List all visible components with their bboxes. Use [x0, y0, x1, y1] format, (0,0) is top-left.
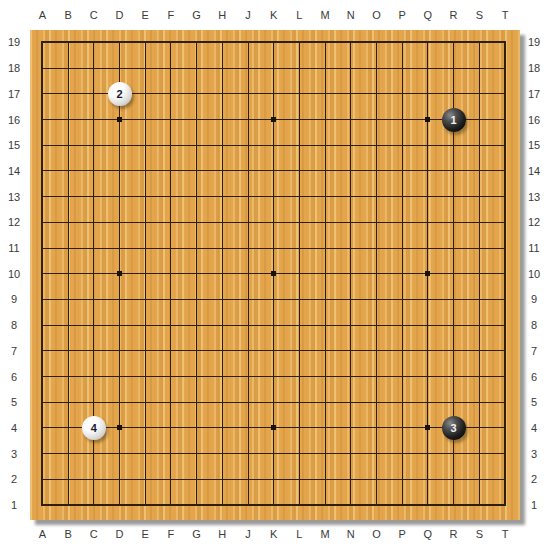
column-label-bottom-B: B — [58, 527, 78, 541]
row-label-right-17: 17 — [522, 87, 546, 101]
column-label-bottom-G: G — [187, 527, 207, 541]
column-label-bottom-H: H — [212, 527, 232, 541]
row-label-right-3: 3 — [522, 447, 546, 461]
column-label-top-D: D — [110, 8, 130, 22]
row-label-left-13: 13 — [2, 190, 26, 204]
star-point-D10 — [117, 271, 122, 276]
row-label-right-18: 18 — [522, 61, 546, 75]
column-label-top-A: A — [32, 8, 52, 22]
row-label-left-1: 1 — [2, 498, 26, 512]
row-label-right-11: 11 — [522, 241, 546, 255]
row-label-left-10: 10 — [2, 267, 26, 281]
column-label-bottom-E: E — [135, 527, 155, 541]
row-label-right-8: 8 — [522, 318, 546, 332]
column-label-bottom-O: O — [367, 527, 387, 541]
row-label-left-9: 9 — [2, 292, 26, 306]
row-label-left-12: 12 — [2, 215, 26, 229]
grid-lines — [30, 30, 520, 520]
column-label-bottom-M: M — [315, 527, 335, 541]
star-point-D4 — [117, 425, 122, 430]
row-label-left-11: 11 — [2, 241, 26, 255]
column-label-bottom-S: S — [469, 527, 489, 541]
row-label-left-6: 6 — [2, 370, 26, 384]
go-app: 1234 AABBCCDDEEFFGGHHJJKKLLMMNNOOPPQQRRS… — [0, 0, 550, 550]
column-label-bottom-R: R — [444, 527, 464, 541]
row-label-right-10: 10 — [522, 267, 546, 281]
row-label-left-8: 8 — [2, 318, 26, 332]
row-label-right-9: 9 — [522, 292, 546, 306]
row-label-left-17: 17 — [2, 87, 26, 101]
row-label-left-3: 3 — [2, 447, 26, 461]
row-label-right-14: 14 — [522, 164, 546, 178]
row-label-right-15: 15 — [522, 138, 546, 152]
column-label-bottom-J: J — [238, 527, 258, 541]
row-label-right-5: 5 — [522, 395, 546, 409]
row-label-right-4: 4 — [522, 421, 546, 435]
column-label-top-L: L — [289, 8, 309, 22]
column-label-top-P: P — [392, 8, 412, 22]
star-point-Q4 — [425, 425, 430, 430]
column-label-bottom-P: P — [392, 527, 412, 541]
stone-black-R16[interactable]: 1 — [442, 108, 466, 132]
star-point-D16 — [117, 117, 122, 122]
row-label-left-16: 16 — [2, 113, 26, 127]
column-label-bottom-K: K — [264, 527, 284, 541]
column-label-bottom-N: N — [341, 527, 361, 541]
row-label-right-6: 6 — [522, 370, 546, 384]
star-point-K16 — [271, 117, 276, 122]
column-label-top-C: C — [84, 8, 104, 22]
row-label-left-18: 18 — [2, 61, 26, 75]
column-label-top-R: R — [444, 8, 464, 22]
row-label-left-7: 7 — [2, 344, 26, 358]
column-label-bottom-T: T — [495, 527, 515, 541]
star-point-Q16 — [425, 117, 430, 122]
column-label-top-H: H — [212, 8, 232, 22]
column-label-top-T: T — [495, 8, 515, 22]
row-label-right-7: 7 — [522, 344, 546, 358]
row-label-left-19: 19 — [2, 35, 26, 49]
column-label-bottom-Q: Q — [418, 527, 438, 541]
row-label-right-13: 13 — [522, 190, 546, 204]
column-label-bottom-L: L — [289, 527, 309, 541]
column-label-top-Q: Q — [418, 8, 438, 22]
star-point-Q10 — [425, 271, 430, 276]
row-label-right-12: 12 — [522, 215, 546, 229]
column-label-bottom-C: C — [84, 527, 104, 541]
column-label-bottom-F: F — [161, 527, 181, 541]
go-board[interactable]: 1234 — [30, 30, 520, 520]
column-label-top-M: M — [315, 8, 335, 22]
column-label-top-G: G — [187, 8, 207, 22]
column-label-top-B: B — [58, 8, 78, 22]
row-label-right-1: 1 — [522, 498, 546, 512]
column-label-bottom-A: A — [32, 527, 52, 541]
row-label-left-5: 5 — [2, 395, 26, 409]
column-label-top-J: J — [238, 8, 258, 22]
stone-white-D17[interactable]: 2 — [108, 82, 132, 106]
stone-black-R4[interactable]: 3 — [442, 416, 466, 440]
column-label-top-E: E — [135, 8, 155, 22]
star-point-K10 — [271, 271, 276, 276]
row-label-left-2: 2 — [2, 472, 26, 486]
column-label-top-K: K — [264, 8, 284, 22]
column-label-top-F: F — [161, 8, 181, 22]
column-label-top-N: N — [341, 8, 361, 22]
row-label-right-2: 2 — [522, 472, 546, 486]
column-label-top-S: S — [469, 8, 489, 22]
stone-white-C4[interactable]: 4 — [82, 416, 106, 440]
row-label-left-4: 4 — [2, 421, 26, 435]
row-label-right-16: 16 — [522, 113, 546, 127]
row-label-left-15: 15 — [2, 138, 26, 152]
star-point-K4 — [271, 425, 276, 430]
column-label-top-O: O — [367, 8, 387, 22]
row-label-right-19: 19 — [522, 35, 546, 49]
row-label-left-14: 14 — [2, 164, 26, 178]
column-label-bottom-D: D — [110, 527, 130, 541]
